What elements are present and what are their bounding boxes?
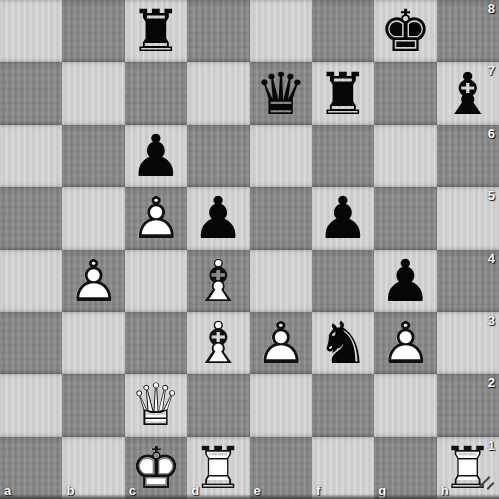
piece-outline: ♕	[125, 374, 187, 436]
square-g8[interactable]: ♚	[374, 0, 436, 62]
file-label-f: f	[316, 483, 320, 498]
piece-black-rook[interactable]: ♜	[125, 0, 187, 62]
square-e8[interactable]	[250, 0, 312, 62]
piece-outline: ♗	[187, 312, 249, 374]
piece-outline: ♙	[125, 187, 187, 249]
square-c2[interactable]: ♛♕	[125, 374, 187, 436]
square-d4[interactable]: ♝♗	[187, 250, 249, 312]
square-e7[interactable]: ♛	[250, 62, 312, 124]
square-d2[interactable]	[187, 374, 249, 436]
piece-white-bishop[interactable]: ♝♗	[187, 250, 249, 312]
square-d6[interactable]	[187, 125, 249, 187]
square-f1[interactable]: f	[312, 437, 374, 499]
square-b3[interactable]	[62, 312, 124, 374]
rank-label-4: 4	[488, 251, 495, 266]
file-label-b: b	[66, 483, 74, 498]
square-b2[interactable]	[62, 374, 124, 436]
file-label-g: g	[378, 483, 386, 498]
square-c7[interactable]	[125, 62, 187, 124]
piece-black-rook[interactable]: ♜	[312, 62, 374, 124]
square-a2[interactable]	[0, 374, 62, 436]
square-b6[interactable]	[62, 125, 124, 187]
square-e3[interactable]: ♟♙	[250, 312, 312, 374]
square-b8[interactable]	[62, 0, 124, 62]
square-f2[interactable]	[312, 374, 374, 436]
square-e6[interactable]	[250, 125, 312, 187]
piece-white-bishop[interactable]: ♝♗	[187, 312, 249, 374]
piece-black-queen[interactable]: ♛	[250, 62, 312, 124]
piece-outline: ♙	[374, 312, 436, 374]
piece-black-pawn[interactable]: ♟	[125, 125, 187, 187]
piece-outline: ♙	[62, 250, 124, 312]
square-f8[interactable]	[312, 0, 374, 62]
piece-white-pawn[interactable]: ♟♙	[125, 187, 187, 249]
square-d8[interactable]	[187, 0, 249, 62]
square-f6[interactable]	[312, 125, 374, 187]
square-h5[interactable]: 5	[437, 187, 499, 249]
square-b4[interactable]: ♟♙	[62, 250, 124, 312]
piece-white-queen[interactable]: ♛♕	[125, 374, 187, 436]
square-c1[interactable]: ♚♔c	[125, 437, 187, 499]
rank-label-8: 8	[488, 1, 495, 16]
square-g7[interactable]	[374, 62, 436, 124]
square-g6[interactable]	[374, 125, 436, 187]
file-label-a: a	[4, 483, 11, 498]
piece-white-pawn[interactable]: ♟♙	[374, 312, 436, 374]
piece-outline: ♔	[125, 437, 187, 499]
square-h7[interactable]: ♝7	[437, 62, 499, 124]
square-g1[interactable]: g	[374, 437, 436, 499]
piece-white-rook[interactable]: ♜♖	[187, 437, 249, 499]
resize-grip-icon[interactable]	[476, 472, 498, 492]
piece-black-pawn[interactable]: ♟	[187, 187, 249, 249]
piece-outline: ♗	[187, 250, 249, 312]
square-a5[interactable]	[0, 187, 62, 249]
square-d5[interactable]: ♟	[187, 187, 249, 249]
square-f4[interactable]	[312, 250, 374, 312]
rank-label-5: 5	[488, 188, 495, 203]
square-b1[interactable]: b	[62, 437, 124, 499]
square-h6[interactable]: 6	[437, 125, 499, 187]
piece-white-pawn[interactable]: ♟♙	[250, 312, 312, 374]
square-a7[interactable]	[0, 62, 62, 124]
square-b7[interactable]	[62, 62, 124, 124]
piece-black-pawn[interactable]: ♟	[374, 250, 436, 312]
square-a1[interactable]: a	[0, 437, 62, 499]
square-c5[interactable]: ♟♙	[125, 187, 187, 249]
square-g3[interactable]: ♟♙	[374, 312, 436, 374]
square-e4[interactable]	[250, 250, 312, 312]
square-a6[interactable]	[0, 125, 62, 187]
square-h8[interactable]: 8	[437, 0, 499, 62]
square-f5[interactable]: ♟	[312, 187, 374, 249]
square-h4[interactable]: 4	[437, 250, 499, 312]
rank-label-6: 6	[488, 126, 495, 141]
square-b5[interactable]	[62, 187, 124, 249]
rank-label-2: 2	[488, 375, 495, 390]
square-a8[interactable]	[0, 0, 62, 62]
piece-white-pawn[interactable]: ♟♙	[62, 250, 124, 312]
file-label-e: e	[254, 483, 261, 498]
square-g4[interactable]: ♟	[374, 250, 436, 312]
square-e1[interactable]: e	[250, 437, 312, 499]
square-d7[interactable]	[187, 62, 249, 124]
square-c3[interactable]	[125, 312, 187, 374]
piece-white-king[interactable]: ♚♔	[125, 437, 187, 499]
square-c8[interactable]: ♜	[125, 0, 187, 62]
square-g2[interactable]	[374, 374, 436, 436]
square-e5[interactable]	[250, 187, 312, 249]
piece-black-bishop[interactable]: ♝	[437, 62, 499, 124]
square-d3[interactable]: ♝♗	[187, 312, 249, 374]
square-h2[interactable]: 2	[437, 374, 499, 436]
square-f7[interactable]: ♜	[312, 62, 374, 124]
square-f3[interactable]: ♞	[312, 312, 374, 374]
piece-outline: ♖	[187, 437, 249, 499]
square-c6[interactable]: ♟	[125, 125, 187, 187]
chess-board: ♜♚8♛♜♝7♟6♟♙♟♟5♟♙♝♗♟4♝♗♟♙♞♟♙3♛♕2ab♚♔c♜♖de…	[0, 0, 499, 499]
piece-black-pawn[interactable]: ♟	[312, 187, 374, 249]
square-d1[interactable]: ♜♖d	[187, 437, 249, 499]
square-c4[interactable]	[125, 250, 187, 312]
rank-label-3: 3	[488, 313, 495, 328]
piece-outline: ♙	[250, 312, 312, 374]
square-a3[interactable]	[0, 312, 62, 374]
square-e2[interactable]	[250, 374, 312, 436]
square-g5[interactable]	[374, 187, 436, 249]
piece-black-king[interactable]: ♚	[374, 0, 436, 62]
square-h3[interactable]: 3	[437, 312, 499, 374]
square-a4[interactable]	[0, 250, 62, 312]
piece-black-knight[interactable]: ♞	[312, 312, 374, 374]
